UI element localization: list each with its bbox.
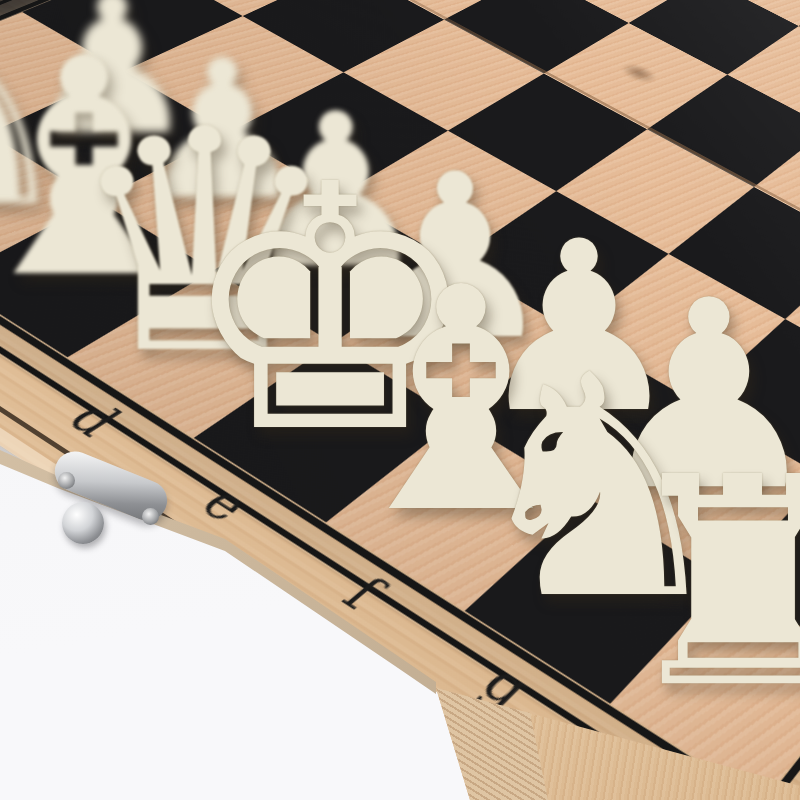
latch-screw: [142, 508, 159, 525]
latch-knob: [62, 502, 104, 544]
piece-h1-rook[interactable]: ♜: [614, 440, 800, 728]
metal-latch: [36, 456, 186, 574]
latch-screw: [58, 472, 75, 489]
photo-stage: defgh ♞♟♝♟♛♟♚♟♝♟♞♟♜: [0, 0, 800, 800]
